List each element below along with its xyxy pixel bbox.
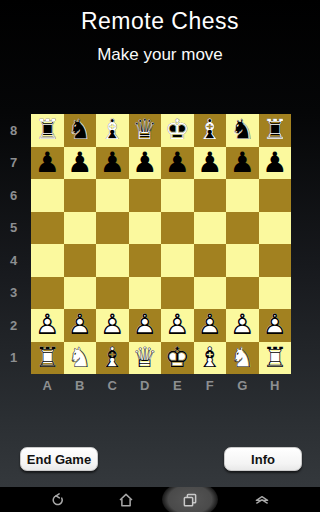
piece-white-knight: ♞♘ [226,342,259,375]
square-g3[interactable] [226,277,259,310]
hide-navbar-icon[interactable] [253,491,271,509]
square-f3[interactable] [194,277,227,310]
square-b3[interactable] [64,277,97,310]
square-g8[interactable]: ♞♘ [226,114,259,147]
square-f8[interactable]: ♝♗ [194,114,227,147]
square-d7[interactable]: ♟ [129,147,162,180]
rank-label-7: 7 [0,147,27,180]
piece-black-pawn: ♟ [96,147,129,180]
piece-black-pawn: ♟ [161,147,194,180]
file-label-h: H [259,377,292,393]
recents-icon[interactable] [181,491,199,509]
square-e2[interactable]: ♟♙ [161,309,194,342]
square-f4[interactable] [194,244,227,277]
piece-black-bishop: ♝♗ [96,114,129,147]
square-h1[interactable]: ♜♖ [259,342,292,375]
square-f1[interactable]: ♝♗ [194,342,227,375]
piece-black-pawn: ♟ [259,147,292,180]
square-a4[interactable] [31,244,64,277]
square-d5[interactable] [129,212,162,245]
piece-black-bishop: ♝♗ [194,114,227,147]
piece-black-pawn: ♟ [194,147,227,180]
square-d3[interactable] [129,277,162,310]
square-c6[interactable] [96,179,129,212]
file-label-e: E [161,377,194,393]
square-g1[interactable]: ♞♘ [226,342,259,375]
square-h5[interactable] [259,212,292,245]
rank-labels: 87654321 [0,114,27,374]
piece-white-knight: ♞♘ [64,342,97,375]
piece-white-bishop: ♝♗ [194,342,227,375]
piece-white-pawn: ♟♙ [64,309,97,342]
square-h8[interactable]: ♜♖ [259,114,292,147]
square-a5[interactable] [31,212,64,245]
square-d6[interactable] [129,179,162,212]
piece-black-queen: ♛♕ [129,114,162,147]
square-g7[interactable]: ♟ [226,147,259,180]
rank-label-3: 3 [0,277,27,310]
piece-black-rook: ♜♖ [259,114,292,147]
remote-chess-app: Remote Chess Make your move 87654321 ♜♖♞… [0,0,320,512]
rank-label-2: 2 [0,309,27,342]
piece-white-pawn: ♟♙ [226,309,259,342]
square-d8[interactable]: ♛♕ [129,114,162,147]
square-e1[interactable]: ♚♔ [161,342,194,375]
file-label-d: D [129,377,162,393]
file-label-a: A [31,377,64,393]
piece-black-pawn: ♟ [129,147,162,180]
piece-black-king: ♚♔ [161,114,194,147]
piece-black-pawn: ♟ [31,147,64,180]
square-d1[interactable]: ♛♕ [129,342,162,375]
square-g5[interactable] [226,212,259,245]
square-c1[interactable]: ♝♗ [96,342,129,375]
piece-black-knight: ♞♘ [226,114,259,147]
square-b6[interactable] [64,179,97,212]
rank-label-6: 6 [0,179,27,212]
square-b8[interactable]: ♞♘ [64,114,97,147]
piece-white-bishop: ♝♗ [96,342,129,375]
square-b2[interactable]: ♟♙ [64,309,97,342]
rank-label-5: 5 [0,212,27,245]
square-e4[interactable] [161,244,194,277]
square-h3[interactable] [259,277,292,310]
square-h2[interactable]: ♟♙ [259,309,292,342]
file-labels: ABCDEFGH [31,377,291,393]
square-b1[interactable]: ♞♘ [64,342,97,375]
file-label-f: F [194,377,227,393]
square-a2[interactable]: ♟♙ [31,309,64,342]
end-game-button[interactable]: End Game [20,447,98,471]
chess-board: ♜♖♞♘♝♗♛♕♚♔♝♗♞♘♜♖♟♟♟♟♟♟♟♟♟♙♟♙♟♙♟♙♟♙♟♙♟♙♟♙… [31,114,291,374]
rank-label-4: 4 [0,244,27,277]
square-h6[interactable] [259,179,292,212]
square-a8[interactable]: ♜♖ [31,114,64,147]
square-b5[interactable] [64,212,97,245]
square-a7[interactable]: ♟ [31,147,64,180]
piece-black-pawn: ♟ [64,147,97,180]
piece-white-pawn: ♟♙ [194,309,227,342]
piece-white-pawn: ♟♙ [96,309,129,342]
piece-white-pawn: ♟♙ [259,309,292,342]
info-button[interactable]: Info [224,447,302,471]
rank-label-8: 8 [0,114,27,147]
piece-white-pawn: ♟♙ [31,309,64,342]
square-e8[interactable]: ♚♔ [161,114,194,147]
piece-black-pawn: ♟ [226,147,259,180]
file-label-b: B [64,377,97,393]
square-g2[interactable]: ♟♙ [226,309,259,342]
status-text: Make your move [0,45,320,65]
square-e7[interactable]: ♟ [161,147,194,180]
square-b7[interactable]: ♟ [64,147,97,180]
file-label-c: C [96,377,129,393]
square-c5[interactable] [96,212,129,245]
square-c8[interactable]: ♝♗ [96,114,129,147]
piece-white-queen: ♛♕ [129,342,162,375]
square-g6[interactable] [226,179,259,212]
piece-white-pawn: ♟♙ [161,309,194,342]
square-h7[interactable]: ♟ [259,147,292,180]
back-icon[interactable] [49,491,67,509]
square-d4[interactable] [129,244,162,277]
square-f6[interactable] [194,179,227,212]
page-title: Remote Chess [0,8,320,35]
piece-black-knight: ♞♘ [64,114,97,147]
piece-white-pawn: ♟♙ [129,309,162,342]
piece-white-king: ♚♔ [161,342,194,375]
android-navbar [0,487,320,512]
piece-white-rook: ♜♖ [31,342,64,375]
square-e3[interactable] [161,277,194,310]
square-f5[interactable] [194,212,227,245]
square-d2[interactable]: ♟♙ [129,309,162,342]
square-a3[interactable] [31,277,64,310]
square-b4[interactable] [64,244,97,277]
square-e6[interactable] [161,179,194,212]
square-g4[interactable] [226,244,259,277]
piece-white-rook: ♜♖ [259,342,292,375]
square-c4[interactable] [96,244,129,277]
square-f7[interactable]: ♟ [194,147,227,180]
square-a6[interactable] [31,179,64,212]
home-icon[interactable] [117,491,135,509]
rank-label-1: 1 [0,342,27,375]
file-label-g: G [226,377,259,393]
square-e5[interactable] [161,212,194,245]
square-a1[interactable]: ♜♖ [31,342,64,375]
square-h4[interactable] [259,244,292,277]
square-c7[interactable]: ♟ [96,147,129,180]
square-c3[interactable] [96,277,129,310]
square-c2[interactable]: ♟♙ [96,309,129,342]
piece-black-rook: ♜♖ [31,114,64,147]
square-f2[interactable]: ♟♙ [194,309,227,342]
